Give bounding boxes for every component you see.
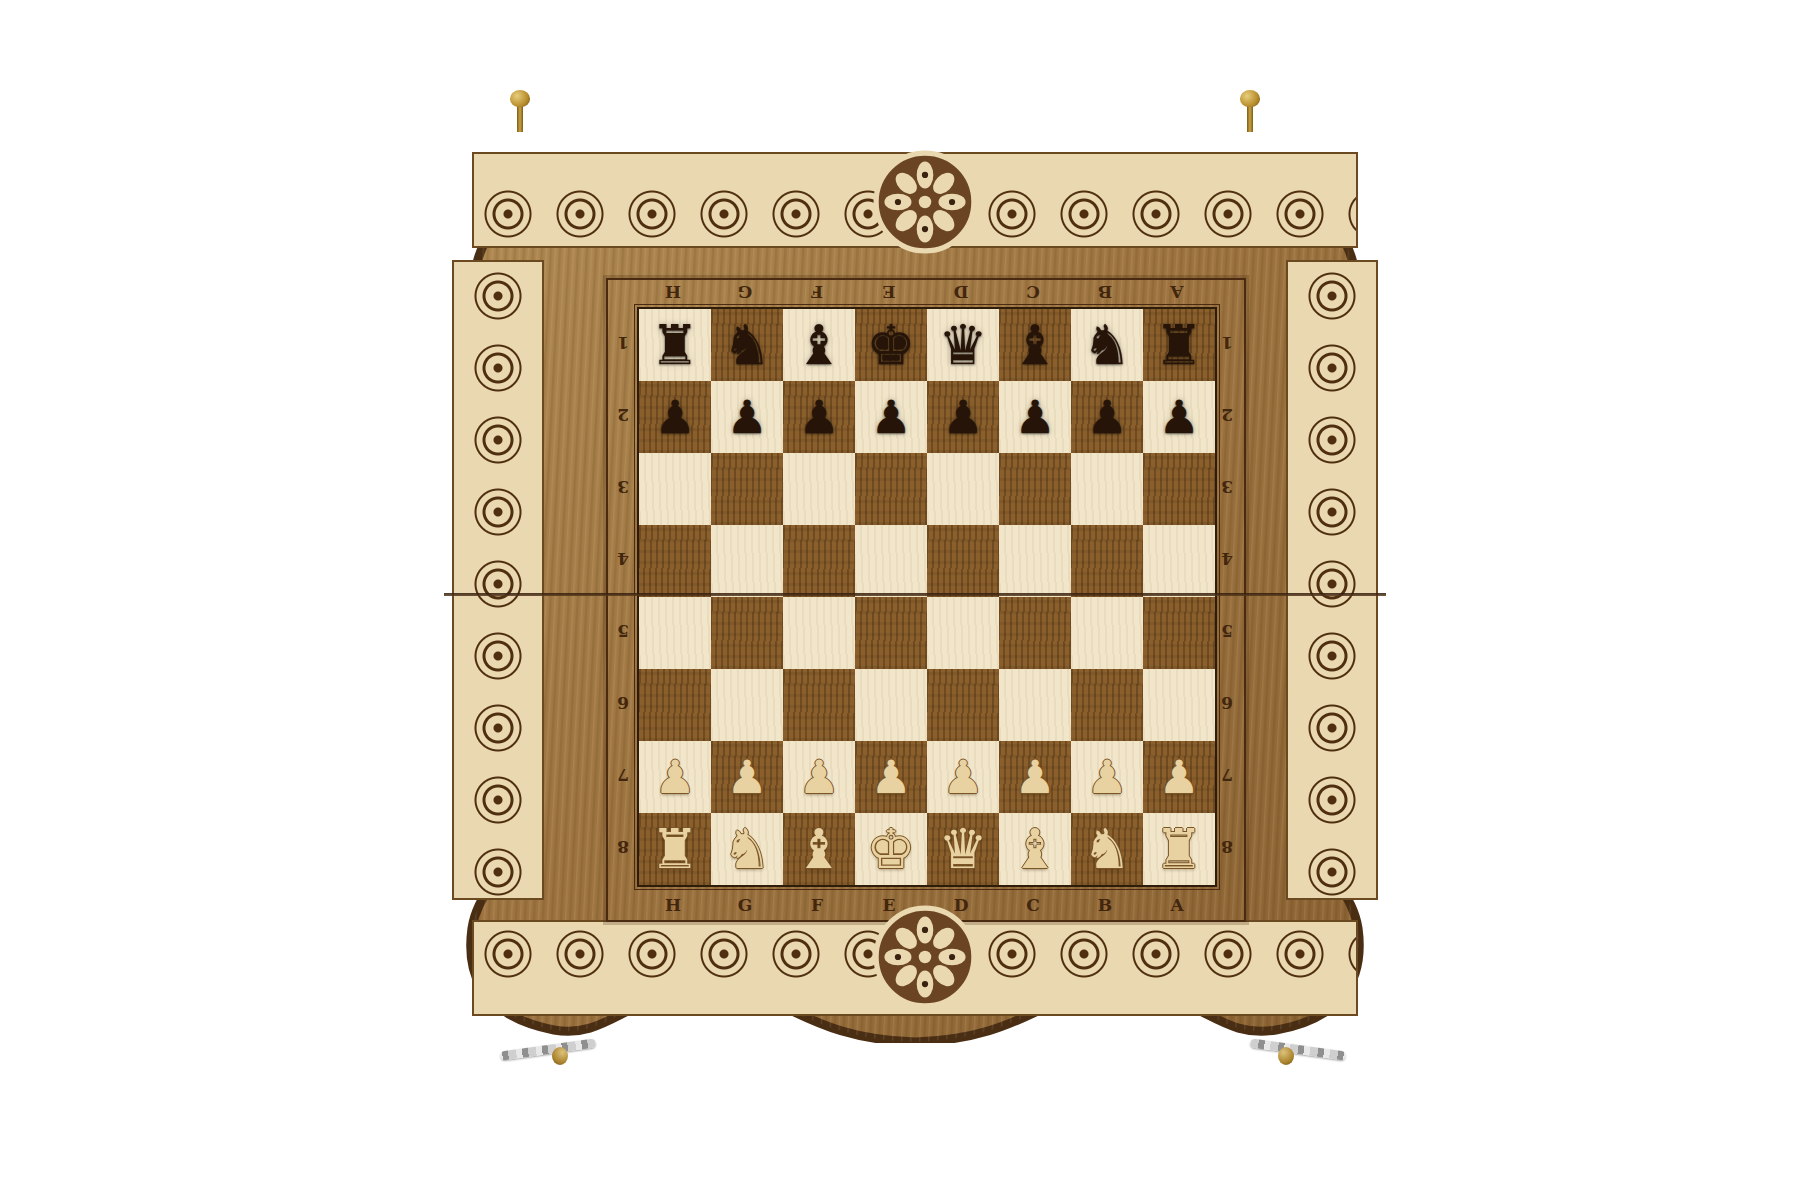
square-e6 (855, 669, 927, 741)
rank-label-8: 8 (1216, 811, 1238, 883)
square-f7: ♟ (783, 741, 855, 813)
rank-label-8: 8 (612, 811, 634, 883)
square-e3 (855, 453, 927, 525)
brass-knob-icon-right (1238, 88, 1262, 132)
piece-white-king: ♚ (866, 813, 915, 885)
piece-black-pawn: ♟ (654, 381, 695, 453)
piece-black-knight: ♞ (1082, 309, 1131, 381)
square-h1: ♜ (639, 309, 711, 381)
piece-white-bishop: ♝ (794, 813, 843, 885)
piece-white-pawn: ♟ (726, 741, 767, 813)
piece-white-pawn: ♟ (654, 741, 695, 813)
square-c1: ♝ (999, 309, 1071, 381)
clasp-bar (1250, 1038, 1346, 1060)
file-label-h: H (637, 894, 709, 916)
chess-board: ♜♞♝♚♛♝♞♜♟♟♟♟♟♟♟♟♟♟♟♟♟♟♟♟♜♞♝♚♛♝♞♜ (637, 307, 1217, 887)
file-label-e: E (853, 281, 925, 303)
rank-label-4: 4 (612, 523, 634, 595)
square-f8: ♝ (783, 813, 855, 885)
piece-black-pawn: ♟ (1158, 381, 1199, 453)
file-label-f: F (781, 281, 853, 303)
photo-background: HGFEDCBA HGFEDCBA 12345678 12345678 ♜♞♝♚… (0, 0, 1800, 1200)
piece-black-pawn: ♟ (726, 381, 767, 453)
square-g7: ♟ (711, 741, 783, 813)
piece-white-pawn: ♟ (1086, 741, 1127, 813)
piece-white-bishop: ♝ (1010, 813, 1059, 885)
square-h4 (639, 525, 711, 597)
square-a8: ♜ (1143, 813, 1215, 885)
hinge-clasp-icon-left (492, 1031, 614, 1079)
rank-label-1: 1 (1216, 307, 1238, 379)
rank-label-2: 2 (1216, 379, 1238, 451)
file-label-b: B (1069, 894, 1141, 916)
rank-label-3: 3 (612, 451, 634, 523)
file-label-c: C (997, 281, 1069, 303)
square-c6 (999, 669, 1071, 741)
ornament-band-left (452, 260, 544, 900)
brass-knob-icon-left (508, 88, 532, 132)
knob-bulb (1240, 90, 1260, 107)
rank-label-6: 6 (1216, 667, 1238, 739)
rank-label-2: 2 (612, 379, 634, 451)
square-c7: ♟ (999, 741, 1071, 813)
ornament-band-right (1286, 260, 1378, 900)
file-label-c: C (997, 894, 1069, 916)
piece-black-pawn: ♟ (870, 381, 911, 453)
piece-white-pawn: ♟ (798, 741, 839, 813)
square-g3 (711, 453, 783, 525)
rank-label-7: 7 (612, 739, 634, 811)
rank-label-4: 4 (1216, 523, 1238, 595)
square-d5 (927, 597, 999, 669)
square-f4 (783, 525, 855, 597)
square-d7: ♟ (927, 741, 999, 813)
square-a7: ♟ (1143, 741, 1215, 813)
piece-black-queen: ♛ (938, 309, 987, 381)
square-g2: ♟ (711, 381, 783, 453)
rosette-medallion-icon-top (873, 150, 977, 254)
square-e2: ♟ (855, 381, 927, 453)
square-a3 (1143, 453, 1215, 525)
piece-black-pawn: ♟ (1014, 381, 1055, 453)
square-f1: ♝ (783, 309, 855, 381)
rank-label-5: 5 (612, 595, 634, 667)
square-b2: ♟ (1071, 381, 1143, 453)
square-c8: ♝ (999, 813, 1071, 885)
piece-black-rook: ♜ (1154, 309, 1203, 381)
square-d6 (927, 669, 999, 741)
square-f2: ♟ (783, 381, 855, 453)
square-g8: ♞ (711, 813, 783, 885)
piece-black-king: ♚ (866, 309, 915, 381)
square-d3 (927, 453, 999, 525)
square-g6 (711, 669, 783, 741)
piece-white-queen: ♛ (938, 813, 987, 885)
square-e8: ♚ (855, 813, 927, 885)
rosette-medallion-icon-bottom (873, 905, 977, 1009)
piece-white-rook: ♜ (1154, 813, 1203, 885)
square-d4 (927, 525, 999, 597)
file-labels-top: HGFEDCBA (637, 281, 1213, 303)
square-g4 (711, 525, 783, 597)
square-f3 (783, 453, 855, 525)
square-h8: ♜ (639, 813, 711, 885)
file-label-a: A (1141, 894, 1213, 916)
file-label-g: G (709, 281, 781, 303)
square-b8: ♞ (1071, 813, 1143, 885)
piece-black-pawn: ♟ (942, 381, 983, 453)
square-g1: ♞ (711, 309, 783, 381)
square-b4 (1071, 525, 1143, 597)
piece-white-pawn: ♟ (1014, 741, 1055, 813)
square-a2: ♟ (1143, 381, 1215, 453)
square-e1: ♚ (855, 309, 927, 381)
rank-label-3: 3 (1216, 451, 1238, 523)
piece-black-bishop: ♝ (1010, 309, 1059, 381)
square-b5 (1071, 597, 1143, 669)
square-d2: ♟ (927, 381, 999, 453)
square-d8: ♛ (927, 813, 999, 885)
hinge-clasp-icon-right (1232, 1031, 1354, 1079)
square-h2: ♟ (639, 381, 711, 453)
square-d1: ♛ (927, 309, 999, 381)
knob-stem (1247, 106, 1253, 132)
square-a5 (1143, 597, 1215, 669)
square-b3 (1071, 453, 1143, 525)
square-c4 (999, 525, 1071, 597)
piece-white-pawn: ♟ (942, 741, 983, 813)
piece-white-pawn: ♟ (870, 741, 911, 813)
piece-white-rook: ♜ (650, 813, 699, 885)
square-b1: ♞ (1071, 309, 1143, 381)
square-h6 (639, 669, 711, 741)
square-a1: ♜ (1143, 309, 1215, 381)
square-a4 (1143, 525, 1215, 597)
piece-black-pawn: ♟ (798, 381, 839, 453)
file-label-h: H (637, 281, 709, 303)
square-c2: ♟ (999, 381, 1071, 453)
piece-black-knight: ♞ (722, 309, 771, 381)
piece-white-knight: ♞ (722, 813, 771, 885)
square-e4 (855, 525, 927, 597)
file-label-g: G (709, 894, 781, 916)
fold-seam (444, 593, 1386, 596)
file-label-d: D (925, 281, 997, 303)
piece-black-bishop: ♝ (794, 309, 843, 381)
piece-white-pawn: ♟ (1158, 741, 1199, 813)
rank-label-5: 5 (1216, 595, 1238, 667)
square-f6 (783, 669, 855, 741)
square-h5 (639, 597, 711, 669)
square-c5 (999, 597, 1071, 669)
rank-label-7: 7 (1216, 739, 1238, 811)
clasp-ball (552, 1047, 568, 1065)
square-g5 (711, 597, 783, 669)
square-f5 (783, 597, 855, 669)
clasp-ball (1278, 1047, 1294, 1065)
rank-label-1: 1 (612, 307, 634, 379)
piece-black-pawn: ♟ (1086, 381, 1127, 453)
square-h3 (639, 453, 711, 525)
file-label-a: A (1141, 281, 1213, 303)
knob-stem (517, 106, 523, 132)
rank-label-6: 6 (612, 667, 634, 739)
file-label-f: F (781, 894, 853, 916)
file-label-b: B (1069, 281, 1141, 303)
chess-box: HGFEDCBA HGFEDCBA 12345678 12345678 ♜♞♝♚… (430, 128, 1400, 1043)
square-h7: ♟ (639, 741, 711, 813)
square-a6 (1143, 669, 1215, 741)
square-b7: ♟ (1071, 741, 1143, 813)
clasp-bar (500, 1038, 596, 1060)
knob-bulb (510, 90, 530, 107)
piece-black-rook: ♜ (650, 309, 699, 381)
square-e7: ♟ (855, 741, 927, 813)
piece-white-knight: ♞ (1082, 813, 1131, 885)
square-c3 (999, 453, 1071, 525)
square-e5 (855, 597, 927, 669)
square-b6 (1071, 669, 1143, 741)
